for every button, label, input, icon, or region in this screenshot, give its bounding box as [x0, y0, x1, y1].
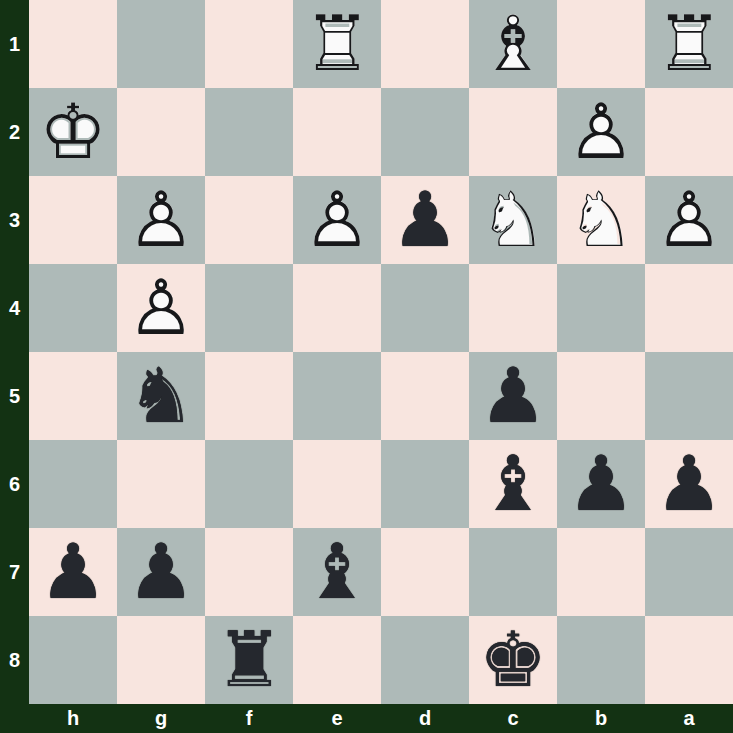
square-h8[interactable]: [29, 616, 117, 704]
square-g4[interactable]: ♟♙: [117, 264, 205, 352]
file-label-c: c: [469, 704, 557, 733]
square-a2[interactable]: [645, 88, 733, 176]
black-pawn-glyph: ♟: [557, 440, 645, 528]
rank-label-8: 8: [0, 616, 29, 704]
white-pawn-outline: ♙: [293, 176, 381, 264]
white-pawn-outline: ♙: [557, 88, 645, 176]
square-b3[interactable]: ♞♘: [557, 176, 645, 264]
rank-label-2: 2: [0, 88, 29, 176]
square-h3[interactable]: [29, 176, 117, 264]
chess-board-app: 12345678 ♜♖♝♗♜♖♚♔♟♙♟♙♟♙♟♞♘♞♘♟♙♟♙♞♟♝♟♟♟♟♝…: [0, 0, 733, 733]
square-c5[interactable]: ♟: [469, 352, 557, 440]
chess-board: ♜♖♝♗♜♖♚♔♟♙♟♙♟♙♟♞♘♞♘♟♙♟♙♞♟♝♟♟♟♟♝♜♚: [29, 0, 733, 704]
square-b6[interactable]: ♟: [557, 440, 645, 528]
white-rook-outline: ♖: [645, 0, 733, 88]
black-knight-glyph: ♞: [117, 352, 205, 440]
file-label-d: d: [381, 704, 469, 733]
black-bishop-glyph: ♝: [293, 528, 381, 616]
rank-label-7: 7: [0, 528, 29, 616]
white-rook: ♜♖: [293, 0, 381, 88]
square-e4[interactable]: [293, 264, 381, 352]
square-e1[interactable]: ♜♖: [293, 0, 381, 88]
square-g8[interactable]: [117, 616, 205, 704]
white-pawn: ♟♙: [557, 88, 645, 176]
square-a3[interactable]: ♟♙: [645, 176, 733, 264]
square-c1[interactable]: ♝♗: [469, 0, 557, 88]
white-rook: ♜♖: [645, 0, 733, 88]
square-f4[interactable]: [205, 264, 293, 352]
square-f2[interactable]: [205, 88, 293, 176]
square-b2[interactable]: ♟♙: [557, 88, 645, 176]
square-b4[interactable]: [557, 264, 645, 352]
square-g6[interactable]: [117, 440, 205, 528]
square-c8[interactable]: ♚: [469, 616, 557, 704]
square-f7[interactable]: [205, 528, 293, 616]
square-a1[interactable]: ♜♖: [645, 0, 733, 88]
square-g1[interactable]: [117, 0, 205, 88]
white-bishop-outline: ♗: [469, 0, 557, 88]
square-f1[interactable]: [205, 0, 293, 88]
square-h5[interactable]: [29, 352, 117, 440]
square-d3[interactable]: ♟: [381, 176, 469, 264]
square-c7[interactable]: [469, 528, 557, 616]
black-king-glyph: ♚: [469, 616, 557, 704]
black-knight: ♞: [117, 352, 205, 440]
black-pawn-glyph: ♟: [469, 352, 557, 440]
square-e6[interactable]: [293, 440, 381, 528]
rank-label-column: 12345678: [0, 0, 29, 704]
square-f6[interactable]: [205, 440, 293, 528]
square-d7[interactable]: [381, 528, 469, 616]
square-g5[interactable]: ♞: [117, 352, 205, 440]
black-rook: ♜: [205, 616, 293, 704]
square-e8[interactable]: [293, 616, 381, 704]
square-a8[interactable]: [645, 616, 733, 704]
square-e2[interactable]: [293, 88, 381, 176]
black-pawn-glyph: ♟: [645, 440, 733, 528]
white-pawn-outline: ♙: [117, 264, 205, 352]
square-d2[interactable]: [381, 88, 469, 176]
rank-label-4: 4: [0, 264, 29, 352]
file-label-e: e: [293, 704, 381, 733]
white-king: ♚♔: [29, 88, 117, 176]
square-f3[interactable]: [205, 176, 293, 264]
square-g2[interactable]: [117, 88, 205, 176]
black-bishop-glyph: ♝: [469, 440, 557, 528]
square-f8[interactable]: ♜: [205, 616, 293, 704]
rank-label-3: 3: [0, 176, 29, 264]
square-h1[interactable]: [29, 0, 117, 88]
square-e7[interactable]: ♝: [293, 528, 381, 616]
white-bishop: ♝♗: [469, 0, 557, 88]
file-label-h: h: [29, 704, 117, 733]
file-label-g: g: [117, 704, 205, 733]
square-b5[interactable]: [557, 352, 645, 440]
black-pawn: ♟: [381, 176, 469, 264]
square-c2[interactable]: [469, 88, 557, 176]
rank-label-5: 5: [0, 352, 29, 440]
square-h7[interactable]: ♟: [29, 528, 117, 616]
white-king-outline: ♔: [29, 88, 117, 176]
square-c4[interactable]: [469, 264, 557, 352]
square-e3[interactable]: ♟♙: [293, 176, 381, 264]
black-pawn: ♟: [645, 440, 733, 528]
square-a7[interactable]: [645, 528, 733, 616]
black-pawn: ♟: [117, 528, 205, 616]
black-bishop: ♝: [469, 440, 557, 528]
white-knight: ♞♘: [469, 176, 557, 264]
square-c3[interactable]: ♞♘: [469, 176, 557, 264]
square-b8[interactable]: [557, 616, 645, 704]
white-knight-outline: ♘: [557, 176, 645, 264]
black-pawn: ♟: [469, 352, 557, 440]
black-bishop: ♝: [293, 528, 381, 616]
white-pawn: ♟♙: [645, 176, 733, 264]
black-pawn-glyph: ♟: [117, 528, 205, 616]
square-a4[interactable]: [645, 264, 733, 352]
black-pawn: ♟: [557, 440, 645, 528]
square-d8[interactable]: [381, 616, 469, 704]
square-d5[interactable]: [381, 352, 469, 440]
square-b7[interactable]: [557, 528, 645, 616]
square-h2[interactable]: ♚♔: [29, 88, 117, 176]
rank-label-6: 6: [0, 440, 29, 528]
file-label-b: b: [557, 704, 645, 733]
black-pawn-glyph: ♟: [29, 528, 117, 616]
black-pawn-glyph: ♟: [381, 176, 469, 264]
white-pawn: ♟♙: [117, 264, 205, 352]
square-a6[interactable]: ♟: [645, 440, 733, 528]
black-pawn: ♟: [29, 528, 117, 616]
square-h4[interactable]: [29, 264, 117, 352]
square-e5[interactable]: [293, 352, 381, 440]
square-d4[interactable]: [381, 264, 469, 352]
white-rook-outline: ♖: [293, 0, 381, 88]
square-h6[interactable]: [29, 440, 117, 528]
white-pawn: ♟♙: [117, 176, 205, 264]
file-label-f: f: [205, 704, 293, 733]
square-d6[interactable]: [381, 440, 469, 528]
white-pawn-outline: ♙: [117, 176, 205, 264]
file-label-row: hgfedcba: [29, 704, 733, 733]
square-f5[interactable]: [205, 352, 293, 440]
square-d1[interactable]: [381, 0, 469, 88]
file-label-a: a: [645, 704, 733, 733]
square-b1[interactable]: [557, 0, 645, 88]
white-pawn-outline: ♙: [645, 176, 733, 264]
square-c6[interactable]: ♝: [469, 440, 557, 528]
black-king: ♚: [469, 616, 557, 704]
white-pawn: ♟♙: [293, 176, 381, 264]
rank-label-1: 1: [0, 0, 29, 88]
square-g3[interactable]: ♟♙: [117, 176, 205, 264]
square-g7[interactable]: ♟: [117, 528, 205, 616]
square-a5[interactable]: [645, 352, 733, 440]
white-knight: ♞♘: [557, 176, 645, 264]
white-knight-outline: ♘: [469, 176, 557, 264]
black-rook-glyph: ♜: [205, 616, 293, 704]
